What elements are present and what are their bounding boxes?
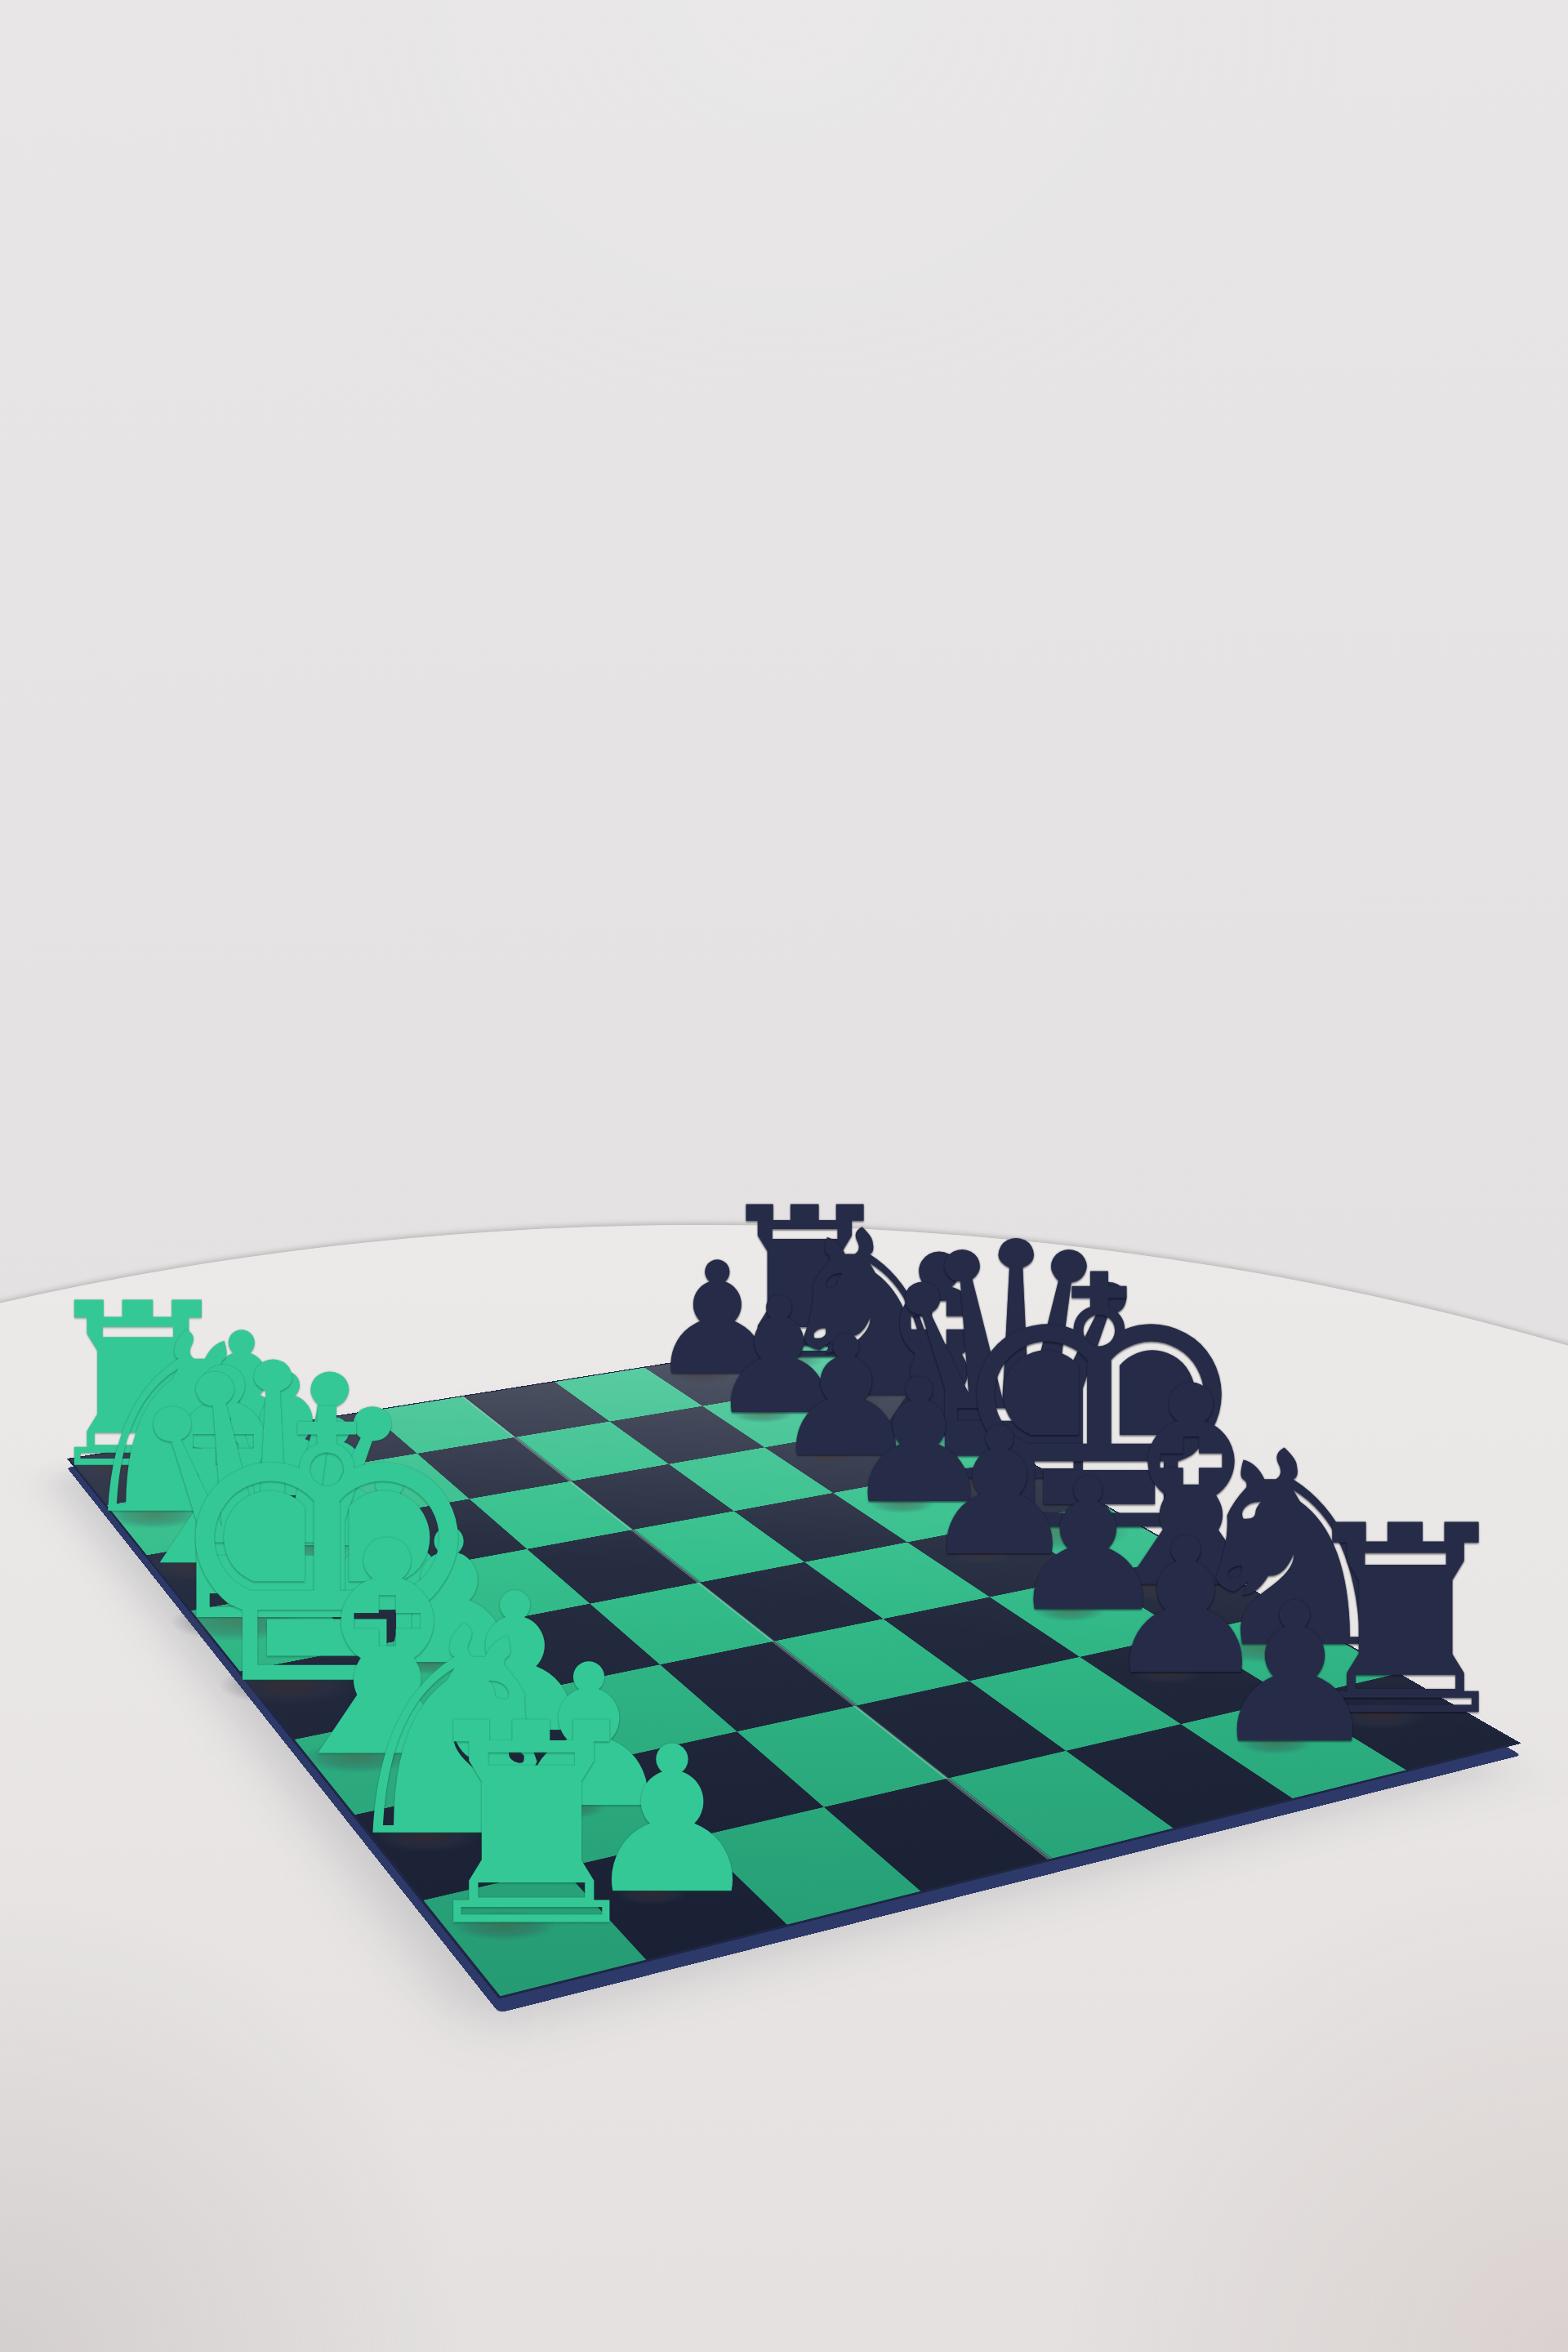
piece-white-green-rook-h1[interactable]: ♜ (408, 1687, 657, 1965)
piece-layer: ♜♞♝♛♚♝♞♜♟♟♟♟♟♟♟♟♟♟♟♟♟♟♟♟♜♞♝♛♚♝♞♜ (0, 0, 1568, 2352)
scene: ♜♞♝♛♚♝♞♜♟♟♟♟♟♟♟♟♟♟♟♟♟♟♟♟♜♞♝♛♚♝♞♜ (0, 0, 1568, 2352)
piece-black-navy-pawn-h7[interactable]: ♟ (1209, 1578, 1382, 1771)
